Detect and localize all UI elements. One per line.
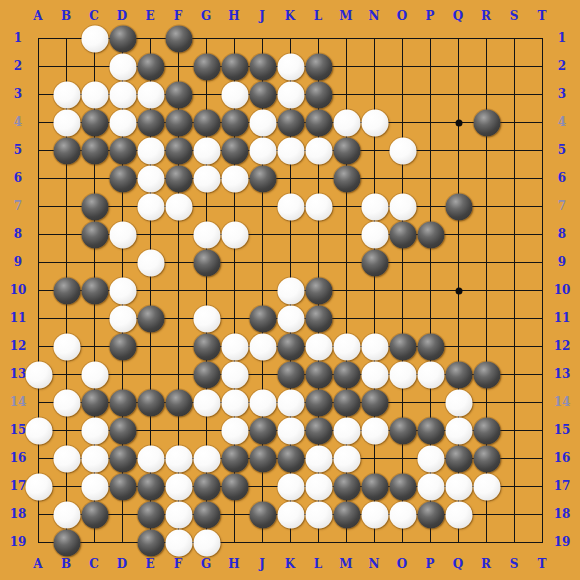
- stone-white: ○: [165, 473, 192, 500]
- stone-black: ●: [81, 137, 108, 164]
- stone-white: ○: [81, 25, 108, 52]
- stone-white: ○: [417, 473, 444, 500]
- stone-white: ○: [109, 53, 136, 80]
- row-label-right: 9: [558, 255, 566, 269]
- stone-black: ●: [277, 445, 304, 472]
- stone-white: ○: [53, 81, 80, 108]
- stone-black: ●: [277, 361, 304, 388]
- stone-white: ○: [445, 417, 472, 444]
- row-label-left: 2: [14, 59, 22, 73]
- row-label-right: 1: [558, 31, 566, 45]
- col-label-top: C: [89, 9, 99, 23]
- stone-white: ○: [361, 417, 388, 444]
- stone-white: ○: [109, 81, 136, 108]
- col-label-top: G: [201, 9, 211, 23]
- row-label-left: 3: [14, 87, 22, 101]
- stone-white: ○: [81, 417, 108, 444]
- stone-white: ○: [277, 53, 304, 80]
- stone-black: ●: [333, 361, 360, 388]
- row-label-right: 14: [554, 395, 571, 409]
- stone-black: ●: [389, 417, 416, 444]
- row-label-left: 10: [10, 283, 27, 297]
- col-label-top: N: [369, 9, 380, 23]
- stone-white: ○: [361, 109, 388, 136]
- stone-white: ○: [81, 81, 108, 108]
- stone-white: ○: [25, 417, 52, 444]
- row-label-right: 5: [558, 143, 566, 157]
- stone-white: ○: [361, 193, 388, 220]
- stone-white: ○: [109, 305, 136, 332]
- stone-black: ●: [333, 165, 360, 192]
- stone-white: ○: [333, 445, 360, 472]
- stone-black: ●: [305, 361, 332, 388]
- stone-white: ○: [417, 361, 444, 388]
- col-label-bottom: G: [201, 557, 211, 571]
- stone-white: ○: [305, 445, 332, 472]
- stone-white: ○: [361, 333, 388, 360]
- stone-white: ○: [221, 389, 248, 416]
- row-label-right: 6: [558, 171, 566, 185]
- stone-black: ●: [333, 501, 360, 528]
- stone-black: ●: [249, 305, 276, 332]
- stone-white: ○: [221, 221, 248, 248]
- stone-black: ●: [445, 361, 472, 388]
- stone-black: ●: [53, 277, 80, 304]
- stone-black: ●: [473, 417, 500, 444]
- stone-white: ○: [277, 277, 304, 304]
- row-label-right: 13: [554, 367, 571, 381]
- col-label-top: K: [285, 9, 295, 23]
- stone-black: ●: [473, 109, 500, 136]
- stone-white: ○: [53, 445, 80, 472]
- stone-black: ●: [305, 109, 332, 136]
- stone-black: ●: [193, 53, 220, 80]
- row-label-left: 5: [14, 143, 22, 157]
- stone-white: ○: [277, 193, 304, 220]
- stone-black: ●: [81, 389, 108, 416]
- row-label-right: 2: [558, 59, 566, 73]
- stone-black: ●: [249, 501, 276, 528]
- col-label-top: D: [117, 9, 127, 23]
- star-point: [455, 119, 462, 126]
- stone-black: ●: [81, 109, 108, 136]
- stone-white: ○: [277, 81, 304, 108]
- stone-white: ○: [277, 137, 304, 164]
- stone-black: ●: [249, 417, 276, 444]
- stone-black: ●: [193, 473, 220, 500]
- stone-black: ●: [109, 137, 136, 164]
- row-label-left: 12: [10, 339, 27, 353]
- stone-black: ●: [137, 473, 164, 500]
- row-label-right: 15: [554, 423, 571, 437]
- stone-white: ○: [193, 221, 220, 248]
- stone-black: ●: [53, 137, 80, 164]
- row-label-left: 1: [14, 31, 22, 45]
- stone-black: ●: [109, 389, 136, 416]
- stone-black: ●: [305, 81, 332, 108]
- col-label-top: T: [538, 9, 547, 23]
- col-label-bottom: H: [228, 557, 239, 571]
- row-label-right: 3: [558, 87, 566, 101]
- stone-black: ●: [417, 333, 444, 360]
- stone-white: ○: [249, 137, 276, 164]
- stone-white: ○: [109, 109, 136, 136]
- col-label-top: F: [174, 9, 183, 23]
- stone-white: ○: [53, 109, 80, 136]
- row-label-right: 4: [558, 115, 566, 129]
- stone-white: ○: [81, 445, 108, 472]
- stone-black: ●: [165, 137, 192, 164]
- stone-white: ○: [137, 165, 164, 192]
- stone-white: ○: [193, 529, 220, 556]
- stone-white: ○: [305, 501, 332, 528]
- col-label-top: Q: [453, 9, 463, 23]
- stone-white: ○: [361, 221, 388, 248]
- stone-white: ○: [389, 137, 416, 164]
- stone-black: ●: [109, 165, 136, 192]
- col-label-bottom: A: [33, 557, 42, 571]
- stone-black: ●: [277, 109, 304, 136]
- row-label-left: 7: [14, 199, 22, 213]
- row-label-left: 9: [14, 255, 22, 269]
- stone-white: ○: [473, 473, 500, 500]
- col-label-top: R: [481, 9, 491, 23]
- stone-white: ○: [417, 445, 444, 472]
- stone-black: ●: [445, 193, 472, 220]
- stone-white: ○: [109, 277, 136, 304]
- stone-white: ○: [53, 501, 80, 528]
- row-label-left: 15: [10, 423, 27, 437]
- stone-black: ●: [221, 473, 248, 500]
- stone-black: ●: [417, 221, 444, 248]
- stone-white: ○: [137, 137, 164, 164]
- stone-white: ○: [193, 389, 220, 416]
- stone-white: ○: [137, 249, 164, 276]
- stone-black: ●: [333, 137, 360, 164]
- stone-white: ○: [305, 333, 332, 360]
- stone-black: ●: [81, 193, 108, 220]
- col-label-top: P: [425, 9, 434, 23]
- stone-white: ○: [277, 473, 304, 500]
- col-label-bottom: K: [285, 557, 295, 571]
- stone-black: ●: [249, 445, 276, 472]
- stone-black: ●: [305, 389, 332, 416]
- stone-white: ○: [193, 137, 220, 164]
- stone-black: ●: [165, 109, 192, 136]
- stone-black: ●: [473, 361, 500, 388]
- stone-black: ●: [137, 53, 164, 80]
- stone-white: ○: [109, 221, 136, 248]
- stone-black: ●: [361, 389, 388, 416]
- stone-white: ○: [389, 193, 416, 220]
- stone-black: ●: [445, 445, 472, 472]
- stone-black: ●: [305, 277, 332, 304]
- stone-white: ○: [165, 193, 192, 220]
- stone-black: ●: [249, 81, 276, 108]
- stone-white: ○: [277, 389, 304, 416]
- stone-white: ○: [25, 361, 52, 388]
- stone-white: ○: [389, 361, 416, 388]
- stone-white: ○: [137, 81, 164, 108]
- stone-black: ●: [305, 53, 332, 80]
- row-label-right: 8: [558, 227, 566, 241]
- stone-black: ●: [193, 333, 220, 360]
- stone-white: ○: [277, 305, 304, 332]
- stone-black: ●: [389, 473, 416, 500]
- stone-white: ○: [333, 109, 360, 136]
- stone-black: ●: [193, 361, 220, 388]
- stone-black: ●: [165, 81, 192, 108]
- col-label-bottom: L: [314, 557, 322, 571]
- row-label-left: 13: [10, 367, 27, 381]
- col-label-top: M: [339, 9, 352, 23]
- stone-white: ○: [221, 417, 248, 444]
- stone-white: ○: [53, 389, 80, 416]
- stone-black: ●: [137, 501, 164, 528]
- stone-black: ●: [333, 473, 360, 500]
- stone-black: ●: [277, 333, 304, 360]
- row-label-left: 4: [14, 115, 22, 129]
- col-label-bottom: O: [397, 557, 407, 571]
- stone-black: ●: [361, 473, 388, 500]
- stone-white: ○: [81, 361, 108, 388]
- stone-white: ○: [25, 473, 52, 500]
- stone-black: ●: [221, 109, 248, 136]
- col-label-top: L: [314, 9, 322, 23]
- col-label-top: J: [259, 9, 265, 23]
- stone-white: ○: [333, 333, 360, 360]
- stone-black: ●: [137, 305, 164, 332]
- stone-black: ●: [137, 109, 164, 136]
- row-label-right: 18: [554, 507, 571, 521]
- stone-black: ●: [109, 445, 136, 472]
- col-label-top: H: [228, 9, 239, 23]
- stone-black: ●: [417, 417, 444, 444]
- col-label-bottom: B: [61, 557, 71, 571]
- col-label-bottom: E: [145, 557, 154, 571]
- col-label-bottom: C: [89, 557, 99, 571]
- stone-black: ●: [417, 501, 444, 528]
- stone-white: ○: [165, 529, 192, 556]
- stone-black: ●: [109, 25, 136, 52]
- stone-black: ●: [81, 501, 108, 528]
- row-label-left: 14: [10, 395, 27, 409]
- stone-black: ●: [109, 333, 136, 360]
- row-label-left: 16: [10, 451, 27, 465]
- stone-black: ●: [53, 529, 80, 556]
- col-label-bottom: R: [481, 557, 491, 571]
- stone-black: ●: [193, 501, 220, 528]
- stone-black: ●: [81, 277, 108, 304]
- col-label-top: E: [145, 9, 154, 23]
- stone-black: ●: [221, 53, 248, 80]
- stone-black: ●: [193, 249, 220, 276]
- stone-black: ●: [389, 333, 416, 360]
- stone-black: ●: [137, 529, 164, 556]
- stone-white: ○: [193, 165, 220, 192]
- stone-white: ○: [221, 333, 248, 360]
- stone-black: ●: [305, 305, 332, 332]
- stone-white: ○: [165, 501, 192, 528]
- row-label-right: 10: [554, 283, 571, 297]
- row-label-left: 18: [10, 507, 27, 521]
- stone-white: ○: [221, 81, 248, 108]
- stone-black: ●: [193, 109, 220, 136]
- stone-black: ●: [137, 389, 164, 416]
- stone-black: ●: [165, 165, 192, 192]
- stone-black: ●: [165, 25, 192, 52]
- row-label-left: 6: [14, 171, 22, 185]
- col-label-top: S: [510, 9, 519, 23]
- stone-white: ○: [277, 417, 304, 444]
- stone-white: ○: [389, 501, 416, 528]
- col-label-bottom: Q: [453, 557, 463, 571]
- row-label-left: 19: [10, 535, 27, 549]
- stone-black: ●: [249, 165, 276, 192]
- stone-black: ●: [333, 389, 360, 416]
- row-label-right: 12: [554, 339, 571, 353]
- stone-white: ○: [445, 473, 472, 500]
- col-label-top: A: [33, 9, 42, 23]
- col-label-top: B: [61, 9, 71, 23]
- stone-black: ●: [109, 473, 136, 500]
- row-label-right: 19: [554, 535, 571, 549]
- row-label-right: 16: [554, 451, 571, 465]
- stone-white: ○: [221, 165, 248, 192]
- row-label-right: 7: [558, 199, 566, 213]
- col-label-bottom: J: [259, 557, 265, 571]
- col-label-bottom: N: [369, 557, 380, 571]
- stone-black: ●: [221, 445, 248, 472]
- col-label-bottom: F: [174, 557, 183, 571]
- stone-black: ●: [473, 445, 500, 472]
- stone-white: ○: [165, 445, 192, 472]
- stone-black: ●: [305, 417, 332, 444]
- col-label-bottom: D: [117, 557, 127, 571]
- stone-white: ○: [249, 333, 276, 360]
- stone-white: ○: [193, 445, 220, 472]
- row-label-left: 8: [14, 227, 22, 241]
- col-label-bottom: P: [425, 557, 434, 571]
- stone-black: ●: [361, 249, 388, 276]
- row-label-left: 17: [10, 479, 27, 493]
- col-label-bottom: S: [510, 557, 519, 571]
- stone-white: ○: [445, 389, 472, 416]
- stone-white: ○: [445, 501, 472, 528]
- stone-white: ○: [361, 501, 388, 528]
- col-label-top: O: [397, 9, 407, 23]
- col-label-bottom: T: [538, 557, 547, 571]
- star-point: [455, 287, 462, 294]
- stone-white: ○: [305, 473, 332, 500]
- row-label-right: 17: [554, 479, 571, 493]
- stone-black: ●: [389, 221, 416, 248]
- stone-white: ○: [137, 445, 164, 472]
- row-label-left: 11: [10, 311, 27, 325]
- stone-white: ○: [193, 305, 220, 332]
- stone-black: ●: [221, 137, 248, 164]
- stone-black: ●: [81, 221, 108, 248]
- stone-white: ○: [305, 193, 332, 220]
- stone-white: ○: [221, 361, 248, 388]
- stone-black: ●: [165, 389, 192, 416]
- stone-black: ●: [109, 417, 136, 444]
- stone-black: ●: [249, 53, 276, 80]
- go-board[interactable]: AABBCCDDEEFFGGHHJJKKLLMMNNOOPPQQRRSSTT11…: [0, 0, 580, 580]
- stone-white: ○: [277, 501, 304, 528]
- stone-white: ○: [137, 193, 164, 220]
- row-label-right: 11: [554, 311, 571, 325]
- stone-white: ○: [361, 361, 388, 388]
- stone-white: ○: [305, 137, 332, 164]
- stone-white: ○: [53, 333, 80, 360]
- col-label-bottom: M: [339, 557, 352, 571]
- stone-white: ○: [249, 109, 276, 136]
- stone-white: ○: [81, 473, 108, 500]
- stone-white: ○: [333, 417, 360, 444]
- stone-white: ○: [249, 389, 276, 416]
